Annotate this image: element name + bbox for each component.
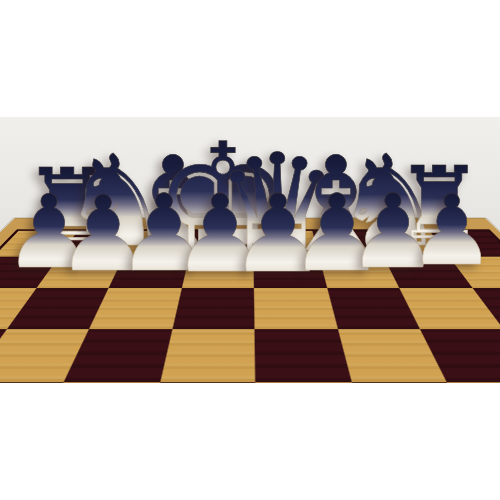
square-g5[interactable] xyxy=(0,382,64,383)
screenshot-canvas: ♜♞♝♚♛♝♞♜♟♟♟♟♟♟♟♟ xyxy=(0,0,500,500)
piece-white-pawn-a2[interactable]: ♟ xyxy=(409,182,496,279)
square-d4[interactable] xyxy=(254,329,350,382)
chess-set-photo: ♜♞♝♚♛♝♞♜♟♟♟♟♟♟♟♟ xyxy=(0,117,500,383)
square-e5[interactable] xyxy=(142,382,256,383)
square-b5[interactable] xyxy=(447,382,500,383)
square-e4[interactable] xyxy=(159,329,255,382)
